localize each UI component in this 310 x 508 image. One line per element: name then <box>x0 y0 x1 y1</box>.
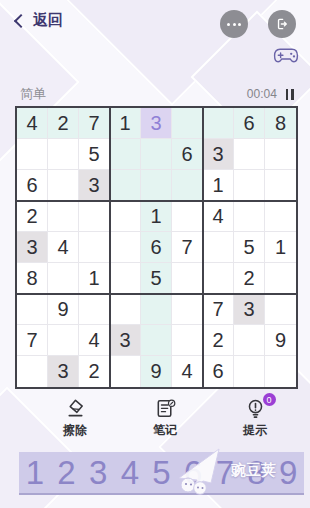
cell-r2c4[interactable] <box>110 139 141 170</box>
cell-r5c1[interactable]: 3 <box>17 232 48 263</box>
gamepad-icon[interactable] <box>273 47 299 68</box>
cell-r6c8[interactable]: 2 <box>234 263 265 294</box>
cell-r8c1[interactable]: 7 <box>17 325 48 356</box>
cell-r4c8[interactable] <box>234 201 265 232</box>
cell-r2c5[interactable] <box>141 139 172 170</box>
cell-r3c9[interactable] <box>265 170 296 201</box>
cell-r6c6[interactable] <box>172 263 203 294</box>
timer: 00:04 <box>247 87 277 101</box>
cell-r1c7[interactable] <box>203 108 234 139</box>
cell-r7c8[interactable]: 3 <box>234 294 265 325</box>
cell-r3c7[interactable]: 1 <box>203 170 234 201</box>
pause-button[interactable] <box>284 87 296 102</box>
cell-r9c6[interactable]: 4 <box>172 356 203 387</box>
cell-r6c4[interactable] <box>110 263 141 294</box>
numpad-5[interactable]: 5 <box>146 452 178 493</box>
box-divider-horizontal-2 <box>17 293 296 295</box>
numpad-8[interactable]: 8 <box>241 452 273 493</box>
cell-r8c5[interactable] <box>141 325 172 356</box>
numpad-4[interactable]: 4 <box>114 452 146 493</box>
toolbar: 擦除 笔记 0 提示 <box>0 396 310 439</box>
cell-r7c9[interactable] <box>265 294 296 325</box>
exit-button[interactable] <box>268 10 296 38</box>
cell-r6c3[interactable]: 1 <box>79 263 110 294</box>
cell-r9c1[interactable] <box>17 356 48 387</box>
numpad-1[interactable]: 1 <box>19 452 51 493</box>
notes-label: 笔记 <box>153 422 177 439</box>
cell-r8c7[interactable]: 2 <box>203 325 234 356</box>
cell-r5c2[interactable]: 4 <box>48 232 79 263</box>
cell-r1c1[interactable]: 4 <box>17 108 48 139</box>
box-divider-vertical-1 <box>109 108 111 387</box>
cell-r1c5[interactable]: 3 <box>141 108 172 139</box>
hint-button[interactable]: 0 提示 <box>232 396 278 439</box>
cell-r2c8[interactable] <box>234 139 265 170</box>
cell-r5c6[interactable]: 7 <box>172 232 203 263</box>
cell-r2c1[interactable] <box>17 139 48 170</box>
cell-r2c3[interactable]: 5 <box>79 139 110 170</box>
cell-r1c2[interactable]: 2 <box>48 108 79 139</box>
cell-r3c2[interactable] <box>48 170 79 201</box>
cell-r4c1[interactable]: 2 <box>17 201 48 232</box>
cell-r3c3[interactable]: 3 <box>79 170 110 201</box>
difficulty-label: 简单 <box>20 85 46 103</box>
box-divider-horizontal-1 <box>17 200 296 202</box>
status-row: 简单 00:04 <box>20 85 296 103</box>
number-pad: 123456789 豌豆荚 <box>19 452 304 495</box>
cell-r3c4[interactable] <box>110 170 141 201</box>
notes-button[interactable]: 笔记 <box>142 396 188 439</box>
notes-icon <box>154 396 177 420</box>
cell-r1c6[interactable] <box>172 108 203 139</box>
cell-r8c2[interactable] <box>48 325 79 356</box>
cell-r4c6[interactable] <box>172 201 203 232</box>
cell-r2c6[interactable]: 6 <box>172 139 203 170</box>
sudoku-board[interactable]: 427136856363121434675181529737432932946 <box>15 106 298 389</box>
more-button[interactable] <box>220 10 248 38</box>
cell-r9c9[interactable] <box>265 356 296 387</box>
cell-r8c8[interactable] <box>234 325 265 356</box>
erase-button[interactable]: 擦除 <box>52 396 98 439</box>
cell-r5c3[interactable] <box>79 232 110 263</box>
cell-r7c4[interactable] <box>110 294 141 325</box>
cell-r5c5[interactable]: 6 <box>141 232 172 263</box>
cell-r7c7[interactable]: 7 <box>203 294 234 325</box>
cell-r7c5[interactable] <box>141 294 172 325</box>
cell-r9c8[interactable] <box>234 356 265 387</box>
cell-r9c4[interactable] <box>110 356 141 387</box>
cell-r7c3[interactable] <box>79 294 110 325</box>
cell-r3c5[interactable] <box>141 170 172 201</box>
cell-r4c9[interactable] <box>265 201 296 232</box>
exit-icon <box>274 16 290 32</box>
cell-r1c9[interactable]: 8 <box>265 108 296 139</box>
hint-label: 提示 <box>243 422 267 439</box>
erase-label: 擦除 <box>63 422 87 439</box>
cell-r4c3[interactable] <box>79 201 110 232</box>
cell-r6c7[interactable] <box>203 263 234 294</box>
cell-r9c5[interactable]: 9 <box>141 356 172 387</box>
cell-r7c2[interactable]: 9 <box>48 294 79 325</box>
cell-r2c7[interactable]: 3 <box>203 139 234 170</box>
cell-r4c5[interactable]: 1 <box>141 201 172 232</box>
numpad-9[interactable]: 9 <box>272 452 304 493</box>
cell-r9c3[interactable]: 2 <box>79 356 110 387</box>
box-divider-vertical-2 <box>202 108 204 387</box>
cell-r8c9[interactable]: 9 <box>265 325 296 356</box>
cell-r1c8[interactable]: 6 <box>234 108 265 139</box>
cell-r1c3[interactable]: 7 <box>79 108 110 139</box>
cell-r2c9[interactable] <box>265 139 296 170</box>
eraser-icon <box>64 396 87 420</box>
cell-r3c1[interactable]: 6 <box>17 170 48 201</box>
cell-r6c9[interactable] <box>265 263 296 294</box>
numpad-3[interactable]: 3 <box>82 452 114 493</box>
cell-r8c3[interactable]: 4 <box>79 325 110 356</box>
cell-r5c4[interactable] <box>110 232 141 263</box>
numpad-7[interactable]: 7 <box>209 452 241 493</box>
cell-r4c4[interactable] <box>110 201 141 232</box>
cell-r2c2[interactable] <box>48 139 79 170</box>
cell-r7c1[interactable] <box>17 294 48 325</box>
cell-r4c2[interactable] <box>48 201 79 232</box>
cell-r8c6[interactable] <box>172 325 203 356</box>
sudoku-app: 返回 简单 00:04 4271368563631 <box>0 0 310 508</box>
chevron-left-icon <box>14 14 28 28</box>
cell-r1c4[interactable]: 1 <box>110 108 141 139</box>
cell-r5c7[interactable] <box>203 232 234 263</box>
hint-bulb-icon: 0 <box>244 396 267 420</box>
cell-r5c8[interactable]: 5 <box>234 232 265 263</box>
cell-r3c8[interactable] <box>234 170 265 201</box>
cell-r9c2[interactable]: 3 <box>48 356 79 387</box>
cell-r4c7[interactable]: 4 <box>203 201 234 232</box>
ellipsis-icon <box>227 23 230 26</box>
cell-r6c2[interactable] <box>48 263 79 294</box>
numpad-2[interactable]: 2 <box>51 452 83 493</box>
cell-r6c1[interactable]: 8 <box>17 263 48 294</box>
cell-r8c4[interactable]: 3 <box>110 325 141 356</box>
cell-r7c6[interactable] <box>172 294 203 325</box>
cell-r5c9[interactable]: 1 <box>265 232 296 263</box>
back-button[interactable]: 返回 <box>16 11 63 30</box>
back-label: 返回 <box>33 11 63 30</box>
cell-r3c6[interactable] <box>172 170 203 201</box>
cell-r9c7[interactable]: 6 <box>203 356 234 387</box>
cell-r6c5[interactable]: 5 <box>141 263 172 294</box>
numpad-6[interactable]: 6 <box>177 452 209 493</box>
hint-count-badge: 0 <box>263 393 276 406</box>
